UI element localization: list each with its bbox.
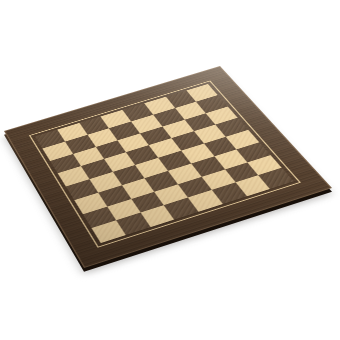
product-photo xyxy=(0,0,340,340)
chess-board xyxy=(4,66,332,268)
